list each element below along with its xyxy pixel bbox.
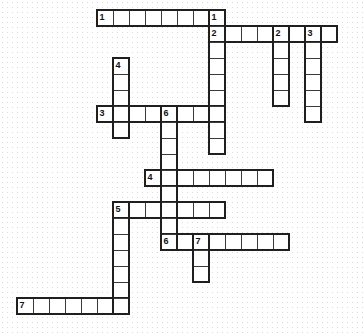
grid-cell-r12c6[interactable] — [113, 202, 129, 218]
grid-cell-r18c3[interactable] — [65, 298, 81, 314]
grid-cell-r6c18[interactable] — [305, 106, 321, 122]
grid-cell-r12c8[interactable] — [145, 202, 161, 218]
grid-cell-r11c9[interactable] — [161, 186, 177, 202]
grid-cell-r10c10[interactable] — [177, 170, 193, 186]
grid-cell-r5c18[interactable] — [305, 90, 321, 106]
grid-cell-r12c11[interactable] — [193, 202, 209, 218]
grid-cell-r13c9[interactable] — [161, 218, 177, 234]
grid-cell-r14c15[interactable] — [257, 234, 273, 250]
grid-cell-r1c16[interactable] — [273, 26, 289, 42]
grid-cell-r14c12[interactable] — [209, 234, 225, 250]
grid-cell-r3c18[interactable] — [305, 58, 321, 74]
grid-cell-r4c12[interactable] — [209, 74, 225, 90]
grid-cell-r1c14[interactable] — [241, 26, 257, 42]
grid-cell-r2c12[interactable] — [209, 42, 225, 58]
grid-cell-r6c8[interactable] — [145, 106, 161, 122]
grid-cell-r4c18[interactable] — [305, 74, 321, 90]
grid-cell-r5c16[interactable] — [273, 90, 289, 106]
grid-cell-r14c10[interactable] — [177, 234, 193, 250]
grid-cell-r7c9[interactable] — [161, 122, 177, 138]
grid-cell-r14c9[interactable] — [161, 234, 177, 250]
grid-cell-r2c18[interactable] — [305, 42, 321, 58]
grid-cell-r6c7[interactable] — [129, 106, 145, 122]
grid-cell-r3c6[interactable] — [113, 58, 129, 74]
grid-cell-r3c16[interactable] — [273, 58, 289, 74]
crossword-board: 1122343645677 — [0, 0, 363, 336]
grid-cell-r6c10[interactable] — [177, 106, 193, 122]
grid-cell-r1c15[interactable] — [257, 26, 273, 42]
grid-cell-r1c17[interactable] — [289, 26, 305, 42]
grid-cell-r10c11[interactable] — [193, 170, 209, 186]
grid-cell-r3c12[interactable] — [209, 58, 225, 74]
grid-cell-r12c9[interactable] — [161, 202, 177, 218]
grid-cell-r10c15[interactable] — [257, 170, 273, 186]
grid-cell-r4c16[interactable] — [273, 74, 289, 90]
grid-cell-r13c6[interactable] — [113, 218, 129, 234]
grid-cell-r18c0[interactable] — [17, 298, 33, 314]
grid-cell-r18c4[interactable] — [81, 298, 97, 314]
grid-cell-r9c9[interactable] — [161, 154, 177, 170]
grid-cell-r0c9[interactable] — [161, 10, 177, 26]
grid-cell-r14c16[interactable] — [273, 234, 289, 250]
grid-cell-r5c6[interactable] — [113, 90, 129, 106]
grid-cell-r1c18[interactable] — [305, 26, 321, 42]
grid-cell-r1c19[interactable] — [321, 26, 337, 42]
grid-cell-r12c10[interactable] — [177, 202, 193, 218]
grid-cell-r6c6[interactable] — [113, 106, 129, 122]
grid-cell-r18c5[interactable] — [97, 298, 113, 314]
grid-cell-r15c6[interactable] — [113, 250, 129, 266]
grid-cell-r0c6[interactable] — [113, 10, 129, 26]
grid-cell-r6c9[interactable] — [161, 106, 177, 122]
grid-cell-r0c7[interactable] — [129, 10, 145, 26]
grid-cell-r5c12[interactable] — [209, 90, 225, 106]
grid-cell-r14c13[interactable] — [225, 234, 241, 250]
grid-cell-r17c6[interactable] — [113, 282, 129, 298]
grid-cell-r15c11[interactable] — [193, 250, 209, 266]
grid-cell-r6c11[interactable] — [193, 106, 209, 122]
grid-cell-r10c8[interactable] — [145, 170, 161, 186]
grid-cell-r10c12[interactable] — [209, 170, 225, 186]
grid-cell-r18c1[interactable] — [33, 298, 49, 314]
grid-cell-r10c13[interactable] — [225, 170, 241, 186]
grid-cell-r10c9[interactable] — [161, 170, 177, 186]
grid-cell-r14c14[interactable] — [241, 234, 257, 250]
grid-cell-r14c6[interactable] — [113, 234, 129, 250]
grid-cell-r7c6[interactable] — [113, 122, 129, 138]
grid-cell-r18c2[interactable] — [49, 298, 65, 314]
grid-cell-r4c6[interactable] — [113, 74, 129, 90]
grid-cell-r0c12[interactable] — [209, 10, 225, 26]
grid-cell-r10c14[interactable] — [241, 170, 257, 186]
grid-cell-r0c5[interactable] — [97, 10, 113, 26]
grid-cell-r8c12[interactable] — [209, 138, 225, 154]
grid-cell-r12c12[interactable] — [209, 202, 225, 218]
grid-cell-r18c6[interactable] — [113, 298, 129, 314]
grid-cell-r16c11[interactable] — [193, 266, 209, 282]
grid-cell-r16c6[interactable] — [113, 266, 129, 282]
grid-cell-r1c12[interactable] — [209, 26, 225, 42]
grid-cell-r0c8[interactable] — [145, 10, 161, 26]
grid-cell-r8c9[interactable] — [161, 138, 177, 154]
grid-cell-r14c11[interactable] — [193, 234, 209, 250]
grid-cell-r0c11[interactable] — [193, 10, 209, 26]
grid-cell-r1c13[interactable] — [225, 26, 241, 42]
grid-cell-r0c10[interactable] — [177, 10, 193, 26]
grid-cell-r7c12[interactable] — [209, 122, 225, 138]
grid-cell-r2c16[interactable] — [273, 42, 289, 58]
grid-cell-r6c5[interactable] — [97, 106, 113, 122]
grid-cell-r12c7[interactable] — [129, 202, 145, 218]
grid-cell-r6c12[interactable] — [209, 106, 225, 122]
